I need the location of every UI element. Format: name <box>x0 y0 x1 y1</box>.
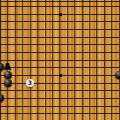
move-number: 3 <box>28 80 32 86</box>
label-a-marker: A <box>4 63 11 72</box>
black-stone <box>0 94 4 102</box>
black-stone <box>4 71 12 79</box>
white-stone-move-3: 3 <box>26 79 34 87</box>
go-board[interactable]: 3A <box>0 0 120 120</box>
star-point <box>59 74 62 77</box>
black-stone <box>115 71 120 79</box>
black-stone <box>4 79 12 87</box>
star-point <box>59 13 62 16</box>
